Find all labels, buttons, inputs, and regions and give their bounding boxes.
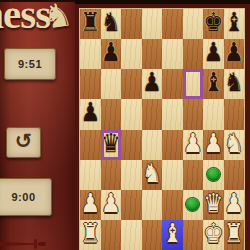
square-c8[interactable]	[121, 9, 142, 39]
square-c7[interactable]	[121, 39, 142, 69]
square-g4[interactable]: ♟	[203, 130, 224, 160]
square-e2[interactable]	[162, 190, 183, 220]
square-f5[interactable]	[183, 99, 204, 129]
undo-arrow-icon: ↺	[15, 131, 33, 152]
white-rook-piece: ♜	[224, 221, 244, 247]
square-f3[interactable]	[183, 160, 204, 190]
sword-decoration-icon	[0, 239, 46, 249]
board-frame: ♜♞♚♝♟♟♟♟♝♞♟♛♟♟♞♞♟♟♛♟♜♝♚♜	[75, 4, 250, 250]
black-knight-piece: ♞	[224, 70, 244, 96]
square-h7[interactable]: ♟	[224, 39, 245, 69]
square-h5[interactable]	[224, 99, 245, 129]
square-e5[interactable]	[162, 99, 183, 129]
black-pawn-piece: ♟	[142, 70, 162, 96]
square-e4[interactable]	[162, 130, 183, 160]
square-a7[interactable]	[80, 39, 101, 69]
white-bishop-piece: ♝	[162, 221, 182, 247]
square-f8[interactable]	[183, 9, 204, 39]
white-clock-time: 9:00	[11, 191, 35, 203]
square-f1[interactable]	[183, 220, 204, 250]
square-a1[interactable]: ♜	[80, 220, 101, 250]
black-clock: 9:51	[4, 48, 56, 80]
square-d3[interactable]: ♞	[142, 160, 163, 190]
square-a3[interactable]	[80, 160, 101, 190]
white-pawn-piece: ♟	[101, 191, 121, 217]
square-e3[interactable]	[162, 160, 183, 190]
black-bishop-piece: ♝	[203, 70, 223, 96]
black-pawn-piece: ♟	[203, 40, 223, 66]
square-e8[interactable]	[162, 9, 183, 39]
black-knight-piece: ♞	[101, 10, 121, 36]
square-g7[interactable]: ♟	[203, 39, 224, 69]
square-h1[interactable]: ♜	[224, 220, 245, 250]
square-d7[interactable]	[142, 39, 163, 69]
square-c2[interactable]	[121, 190, 142, 220]
logo-knight-icon: ♞	[41, 0, 75, 34]
white-pawn-piece: ♟	[183, 130, 203, 156]
black-pawn-piece: ♟	[101, 40, 121, 66]
square-h4[interactable]: ♞	[224, 130, 245, 160]
square-f2[interactable]	[183, 190, 204, 220]
square-b2[interactable]: ♟	[101, 190, 122, 220]
square-a6[interactable]	[80, 69, 101, 99]
legal-move-dot[interactable]	[186, 198, 199, 211]
legal-move-dot[interactable]	[207, 168, 220, 181]
square-e6[interactable]	[162, 69, 183, 99]
white-king-piece: ♚	[203, 221, 223, 247]
square-f4[interactable]: ♟	[183, 130, 204, 160]
white-queen-piece: ♛	[203, 191, 223, 217]
square-b4[interactable]: ♛	[101, 130, 122, 160]
square-d1[interactable]	[142, 220, 163, 250]
square-g2[interactable]: ♛	[203, 190, 224, 220]
chess-board: ♜♞♚♝♟♟♟♟♝♞♟♛♟♟♞♞♟♟♛♟♜♝♚♜	[80, 9, 244, 250]
undo-button[interactable]: ↺	[6, 127, 41, 158]
square-c6[interactable]	[121, 69, 142, 99]
square-b5[interactable]	[101, 99, 122, 129]
square-d4[interactable]	[142, 130, 163, 160]
square-f7[interactable]	[183, 39, 204, 69]
square-e1[interactable]: ♝	[162, 220, 183, 250]
black-rook-piece: ♜	[80, 10, 100, 36]
square-h2[interactable]: ♟	[224, 190, 245, 220]
square-a2[interactable]: ♟	[80, 190, 101, 220]
square-b7[interactable]: ♟	[101, 39, 122, 69]
square-b3[interactable]	[101, 160, 122, 190]
white-knight-piece: ♞	[142, 161, 162, 187]
square-c4[interactable]	[121, 130, 142, 160]
square-e7[interactable]	[162, 39, 183, 69]
black-clock-time: 9:51	[18, 58, 42, 70]
square-c3[interactable]	[121, 160, 142, 190]
square-d8[interactable]	[142, 9, 163, 39]
square-g8[interactable]: ♚	[203, 9, 224, 39]
square-d6[interactable]: ♟	[142, 69, 163, 99]
white-pawn-piece: ♟	[80, 191, 100, 217]
square-h6[interactable]: ♞	[224, 69, 245, 99]
black-king-piece: ♚	[203, 10, 223, 36]
square-d2[interactable]	[142, 190, 163, 220]
square-b8[interactable]: ♞	[101, 9, 122, 39]
white-pawn-piece: ♟	[224, 191, 244, 217]
square-a8[interactable]: ♜	[80, 9, 101, 39]
square-b1[interactable]	[101, 220, 122, 250]
square-g3[interactable]	[203, 160, 224, 190]
black-queen-piece: ♛	[101, 130, 121, 156]
square-g1[interactable]: ♚	[203, 220, 224, 250]
square-a5[interactable]: ♟	[80, 99, 101, 129]
square-c1[interactable]	[121, 220, 142, 250]
white-rook-piece: ♜	[80, 221, 100, 247]
white-pawn-piece: ♟	[203, 130, 223, 156]
square-d5[interactable]	[142, 99, 163, 129]
square-h3[interactable]	[224, 160, 245, 190]
black-bishop-piece: ♝	[224, 10, 244, 36]
black-pawn-piece: ♟	[224, 40, 244, 66]
side-panel: chess ♞ 9:51 ↺ 9:00	[0, 0, 75, 250]
square-c5[interactable]	[121, 99, 142, 129]
white-knight-piece: ♞	[224, 130, 244, 156]
square-b6[interactable]	[101, 69, 122, 99]
white-clock: 9:00	[0, 178, 52, 216]
square-g6[interactable]: ♝	[203, 69, 224, 99]
square-f6[interactable]	[183, 69, 204, 99]
square-h8[interactable]: ♝	[224, 9, 245, 39]
square-a4[interactable]	[80, 130, 101, 160]
square-g5[interactable]	[203, 99, 224, 129]
black-pawn-piece: ♟	[80, 100, 100, 126]
